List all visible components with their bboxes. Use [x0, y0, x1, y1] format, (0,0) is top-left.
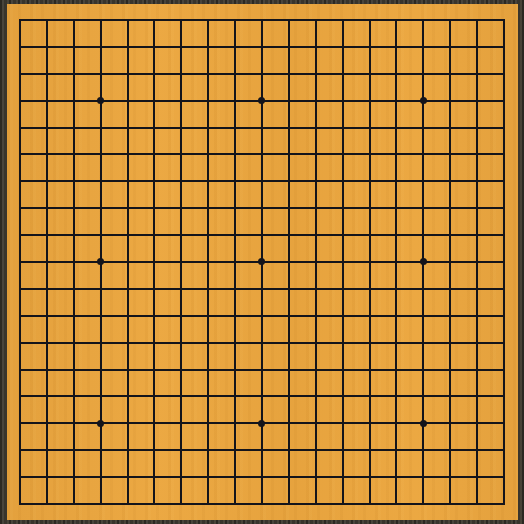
intersection[interactable] — [7, 464, 34, 491]
intersection[interactable] — [329, 275, 356, 302]
intersection[interactable] — [168, 168, 195, 195]
intersection[interactable] — [60, 7, 87, 34]
intersection[interactable] — [302, 464, 329, 491]
intersection[interactable] — [275, 437, 302, 464]
intersection[interactable] — [356, 464, 383, 491]
intersection[interactable] — [33, 33, 60, 60]
intersection[interactable] — [87, 249, 114, 276]
intersection[interactable] — [141, 195, 168, 222]
intersection[interactable] — [168, 491, 195, 518]
intersection[interactable] — [7, 275, 34, 302]
intersection[interactable] — [464, 87, 491, 114]
intersection[interactable] — [33, 437, 60, 464]
intersection[interactable] — [356, 275, 383, 302]
intersection[interactable] — [60, 491, 87, 518]
intersection[interactable] — [60, 249, 87, 276]
intersection[interactable] — [222, 195, 249, 222]
intersection[interactable] — [356, 60, 383, 87]
intersection[interactable] — [437, 464, 464, 491]
intersection[interactable] — [410, 491, 437, 518]
intersection[interactable] — [7, 195, 34, 222]
intersection[interactable] — [437, 437, 464, 464]
intersection[interactable] — [87, 7, 114, 34]
intersection[interactable] — [114, 437, 141, 464]
intersection[interactable] — [410, 195, 437, 222]
intersection[interactable] — [491, 302, 518, 329]
intersection[interactable] — [329, 7, 356, 34]
intersection[interactable] — [437, 329, 464, 356]
intersection[interactable] — [329, 249, 356, 276]
intersection[interactable] — [222, 168, 249, 195]
intersection[interactable] — [60, 302, 87, 329]
intersection[interactable] — [222, 464, 249, 491]
intersection[interactable] — [356, 383, 383, 410]
intersection[interactable] — [87, 87, 114, 114]
intersection[interactable] — [410, 168, 437, 195]
intersection[interactable] — [114, 249, 141, 276]
intersection[interactable] — [383, 356, 410, 383]
intersection[interactable] — [329, 114, 356, 141]
intersection[interactable] — [491, 491, 518, 518]
intersection[interactable] — [491, 383, 518, 410]
intersection[interactable] — [33, 383, 60, 410]
intersection[interactable] — [410, 383, 437, 410]
intersection[interactable] — [60, 437, 87, 464]
intersection[interactable] — [222, 114, 249, 141]
intersection[interactable] — [33, 7, 60, 34]
intersection[interactable] — [168, 222, 195, 249]
intersection[interactable] — [383, 302, 410, 329]
intersection[interactable] — [383, 329, 410, 356]
intersection[interactable] — [329, 33, 356, 60]
intersection[interactable] — [33, 302, 60, 329]
intersection[interactable] — [302, 87, 329, 114]
intersection[interactable] — [60, 60, 87, 87]
intersection[interactable] — [114, 302, 141, 329]
intersection[interactable] — [437, 87, 464, 114]
intersection[interactable] — [114, 114, 141, 141]
intersection[interactable] — [222, 60, 249, 87]
intersection[interactable] — [437, 7, 464, 34]
intersection[interactable] — [7, 437, 34, 464]
intersection[interactable] — [141, 437, 168, 464]
intersection[interactable] — [275, 302, 302, 329]
intersection[interactable] — [437, 410, 464, 437]
intersection[interactable] — [33, 87, 60, 114]
intersection[interactable] — [141, 464, 168, 491]
intersection[interactable] — [491, 87, 518, 114]
intersection[interactable] — [329, 302, 356, 329]
intersection[interactable] — [249, 302, 276, 329]
intersection[interactable] — [195, 329, 222, 356]
intersection[interactable] — [114, 383, 141, 410]
intersection[interactable] — [195, 141, 222, 168]
intersection[interactable] — [464, 383, 491, 410]
intersection[interactable] — [464, 60, 491, 87]
intersection[interactable] — [410, 141, 437, 168]
intersection[interactable] — [33, 222, 60, 249]
intersection[interactable] — [195, 222, 222, 249]
intersection[interactable] — [195, 275, 222, 302]
intersection[interactable] — [168, 7, 195, 34]
intersection[interactable] — [222, 87, 249, 114]
intersection[interactable] — [7, 222, 34, 249]
intersection[interactable] — [275, 464, 302, 491]
intersection[interactable] — [275, 329, 302, 356]
intersection[interactable] — [410, 222, 437, 249]
intersection[interactable] — [60, 87, 87, 114]
intersection[interactable] — [464, 464, 491, 491]
intersection[interactable] — [275, 114, 302, 141]
intersection[interactable] — [410, 87, 437, 114]
intersection[interactable] — [491, 437, 518, 464]
intersection[interactable] — [114, 33, 141, 60]
intersection[interactable] — [329, 168, 356, 195]
intersection[interactable] — [222, 491, 249, 518]
intersection[interactable] — [356, 356, 383, 383]
intersection[interactable] — [168, 410, 195, 437]
intersection[interactable] — [383, 464, 410, 491]
intersection[interactable] — [141, 33, 168, 60]
intersection[interactable] — [141, 249, 168, 276]
intersection[interactable] — [33, 141, 60, 168]
intersection[interactable] — [410, 356, 437, 383]
intersection[interactable] — [141, 60, 168, 87]
intersection[interactable] — [60, 141, 87, 168]
intersection[interactable] — [222, 383, 249, 410]
intersection[interactable] — [410, 33, 437, 60]
intersection[interactable] — [356, 222, 383, 249]
intersection[interactable] — [437, 302, 464, 329]
intersection[interactable] — [491, 222, 518, 249]
intersection[interactable] — [87, 195, 114, 222]
intersection[interactable] — [222, 275, 249, 302]
intersection[interactable] — [222, 410, 249, 437]
intersection[interactable] — [437, 195, 464, 222]
intersection[interactable] — [222, 222, 249, 249]
intersection[interactable] — [222, 302, 249, 329]
intersection[interactable] — [410, 329, 437, 356]
intersection[interactable] — [410, 410, 437, 437]
intersection[interactable] — [249, 60, 276, 87]
intersection[interactable] — [383, 249, 410, 276]
intersection[interactable] — [60, 410, 87, 437]
intersection[interactable] — [87, 114, 114, 141]
intersection[interactable] — [249, 141, 276, 168]
intersection[interactable] — [114, 491, 141, 518]
intersection[interactable] — [356, 410, 383, 437]
intersection[interactable] — [275, 87, 302, 114]
intersection[interactable] — [356, 141, 383, 168]
intersection[interactable] — [195, 195, 222, 222]
intersection[interactable] — [356, 33, 383, 60]
intersection[interactable] — [356, 249, 383, 276]
intersection[interactable] — [195, 7, 222, 34]
intersection[interactable] — [410, 437, 437, 464]
intersection[interactable] — [114, 222, 141, 249]
intersection[interactable] — [437, 222, 464, 249]
intersection[interactable] — [356, 302, 383, 329]
intersection[interactable] — [249, 410, 276, 437]
intersection[interactable] — [302, 383, 329, 410]
intersection[interactable] — [168, 114, 195, 141]
intersection[interactable] — [60, 464, 87, 491]
intersection[interactable] — [383, 114, 410, 141]
intersection[interactable] — [464, 302, 491, 329]
intersection[interactable] — [302, 437, 329, 464]
intersection[interactable] — [249, 87, 276, 114]
intersection[interactable] — [275, 383, 302, 410]
intersection[interactable] — [329, 329, 356, 356]
intersection[interactable] — [464, 33, 491, 60]
intersection[interactable] — [60, 195, 87, 222]
intersection[interactable] — [410, 7, 437, 34]
intersection[interactable] — [491, 60, 518, 87]
intersection[interactable] — [60, 356, 87, 383]
intersection[interactable] — [464, 410, 491, 437]
intersection[interactable] — [464, 195, 491, 222]
intersection[interactable] — [7, 87, 34, 114]
intersection[interactable] — [195, 491, 222, 518]
intersection[interactable] — [383, 410, 410, 437]
intersection[interactable] — [141, 168, 168, 195]
intersection[interactable] — [87, 491, 114, 518]
intersection[interactable] — [275, 356, 302, 383]
intersection[interactable] — [195, 60, 222, 87]
intersection[interactable] — [141, 114, 168, 141]
intersection[interactable] — [87, 302, 114, 329]
intersection[interactable] — [302, 168, 329, 195]
intersection[interactable] — [275, 222, 302, 249]
intersection[interactable] — [464, 329, 491, 356]
intersection[interactable] — [141, 141, 168, 168]
intersection[interactable] — [168, 437, 195, 464]
intersection[interactable] — [249, 168, 276, 195]
intersection[interactable] — [275, 275, 302, 302]
intersection[interactable] — [275, 195, 302, 222]
intersection[interactable] — [87, 275, 114, 302]
intersection[interactable] — [275, 168, 302, 195]
intersection[interactable] — [329, 464, 356, 491]
intersection[interactable] — [141, 7, 168, 34]
intersection[interactable] — [87, 464, 114, 491]
intersection[interactable] — [249, 222, 276, 249]
intersection[interactable] — [383, 33, 410, 60]
intersection[interactable] — [275, 249, 302, 276]
intersection[interactable] — [222, 33, 249, 60]
intersection[interactable] — [383, 383, 410, 410]
intersection[interactable] — [464, 168, 491, 195]
intersection[interactable] — [437, 249, 464, 276]
intersection[interactable] — [168, 87, 195, 114]
intersection[interactable] — [114, 464, 141, 491]
intersection[interactable] — [168, 195, 195, 222]
intersection[interactable] — [249, 437, 276, 464]
intersection[interactable] — [383, 275, 410, 302]
intersection[interactable] — [329, 356, 356, 383]
intersection[interactable] — [383, 437, 410, 464]
intersection[interactable] — [114, 60, 141, 87]
intersection[interactable] — [383, 141, 410, 168]
intersection[interactable] — [60, 329, 87, 356]
intersection[interactable] — [114, 195, 141, 222]
intersection[interactable] — [464, 7, 491, 34]
intersection[interactable] — [275, 141, 302, 168]
intersection[interactable] — [114, 87, 141, 114]
intersection[interactable] — [222, 356, 249, 383]
intersection[interactable] — [114, 275, 141, 302]
intersection[interactable] — [329, 491, 356, 518]
intersection[interactable] — [249, 383, 276, 410]
intersection[interactable] — [302, 141, 329, 168]
intersection[interactable] — [114, 410, 141, 437]
intersection[interactable] — [114, 7, 141, 34]
intersection[interactable] — [464, 249, 491, 276]
intersection[interactable] — [222, 7, 249, 34]
intersection[interactable] — [464, 222, 491, 249]
intersection[interactable] — [249, 195, 276, 222]
intersection[interactable] — [141, 302, 168, 329]
intersection[interactable] — [33, 114, 60, 141]
intersection[interactable] — [7, 410, 34, 437]
intersection[interactable] — [33, 329, 60, 356]
intersection[interactable] — [33, 410, 60, 437]
intersection[interactable] — [275, 410, 302, 437]
intersection[interactable] — [329, 60, 356, 87]
intersection[interactable] — [141, 356, 168, 383]
intersection[interactable] — [329, 195, 356, 222]
intersection[interactable] — [249, 114, 276, 141]
intersection[interactable] — [87, 141, 114, 168]
intersection[interactable] — [491, 275, 518, 302]
intersection[interactable] — [7, 329, 34, 356]
intersection[interactable] — [168, 60, 195, 87]
intersection[interactable] — [222, 141, 249, 168]
intersection[interactable] — [329, 437, 356, 464]
intersection[interactable] — [7, 141, 34, 168]
intersection[interactable] — [249, 329, 276, 356]
intersection[interactable] — [410, 249, 437, 276]
intersection[interactable] — [302, 356, 329, 383]
intersection[interactable] — [87, 33, 114, 60]
intersection[interactable] — [168, 356, 195, 383]
intersection[interactable] — [60, 168, 87, 195]
intersection[interactable] — [491, 168, 518, 195]
intersection[interactable] — [302, 410, 329, 437]
intersection[interactable] — [195, 249, 222, 276]
intersection[interactable] — [33, 356, 60, 383]
intersection[interactable] — [302, 33, 329, 60]
intersection[interactable] — [7, 356, 34, 383]
intersection[interactable] — [249, 7, 276, 34]
intersection[interactable] — [464, 141, 491, 168]
intersection[interactable] — [491, 7, 518, 34]
intersection[interactable] — [302, 222, 329, 249]
intersection[interactable] — [249, 356, 276, 383]
intersection[interactable] — [168, 249, 195, 276]
intersection[interactable] — [302, 302, 329, 329]
intersection[interactable] — [60, 275, 87, 302]
intersection[interactable] — [410, 114, 437, 141]
intersection[interactable] — [491, 249, 518, 276]
intersection[interactable] — [87, 60, 114, 87]
intersection[interactable] — [491, 410, 518, 437]
intersection[interactable] — [329, 87, 356, 114]
intersection[interactable] — [491, 464, 518, 491]
intersection[interactable] — [222, 249, 249, 276]
intersection[interactable] — [437, 114, 464, 141]
intersection[interactable] — [87, 222, 114, 249]
intersection[interactable] — [491, 329, 518, 356]
intersection[interactable] — [60, 383, 87, 410]
intersection[interactable] — [7, 302, 34, 329]
intersection[interactable] — [195, 302, 222, 329]
intersection[interactable] — [383, 195, 410, 222]
intersection[interactable] — [437, 356, 464, 383]
intersection[interactable] — [141, 87, 168, 114]
intersection[interactable] — [491, 114, 518, 141]
intersection[interactable] — [302, 249, 329, 276]
intersection[interactable] — [302, 7, 329, 34]
intersection[interactable] — [60, 222, 87, 249]
intersection[interactable] — [356, 491, 383, 518]
intersection[interactable] — [491, 356, 518, 383]
intersection[interactable] — [356, 168, 383, 195]
intersection[interactable] — [222, 329, 249, 356]
intersection[interactable] — [195, 114, 222, 141]
intersection[interactable] — [437, 33, 464, 60]
intersection[interactable] — [168, 275, 195, 302]
intersection[interactable] — [329, 383, 356, 410]
intersection[interactable] — [7, 249, 34, 276]
intersection[interactable] — [464, 114, 491, 141]
intersection[interactable] — [7, 7, 34, 34]
intersection[interactable] — [437, 491, 464, 518]
intersection[interactable] — [383, 168, 410, 195]
intersection[interactable] — [168, 33, 195, 60]
intersection[interactable] — [249, 491, 276, 518]
intersection[interactable] — [33, 464, 60, 491]
intersection[interactable] — [383, 222, 410, 249]
intersection[interactable] — [437, 383, 464, 410]
intersection[interactable] — [33, 249, 60, 276]
intersection[interactable] — [356, 7, 383, 34]
intersection[interactable] — [383, 60, 410, 87]
intersection[interactable] — [168, 383, 195, 410]
intersection[interactable] — [7, 491, 34, 518]
intersection[interactable] — [195, 437, 222, 464]
intersection[interactable] — [195, 383, 222, 410]
intersection[interactable] — [141, 275, 168, 302]
intersection[interactable] — [302, 329, 329, 356]
intersection[interactable] — [33, 195, 60, 222]
intersection[interactable] — [195, 87, 222, 114]
intersection[interactable] — [275, 33, 302, 60]
intersection[interactable] — [356, 329, 383, 356]
intersection[interactable] — [87, 437, 114, 464]
intersection[interactable] — [302, 60, 329, 87]
intersection[interactable] — [33, 60, 60, 87]
intersection[interactable] — [168, 302, 195, 329]
intersection[interactable] — [249, 33, 276, 60]
intersection[interactable] — [195, 168, 222, 195]
intersection[interactable] — [222, 437, 249, 464]
intersection[interactable] — [356, 114, 383, 141]
intersection[interactable] — [114, 329, 141, 356]
intersection[interactable] — [33, 275, 60, 302]
intersection[interactable] — [464, 491, 491, 518]
intersection[interactable] — [410, 464, 437, 491]
